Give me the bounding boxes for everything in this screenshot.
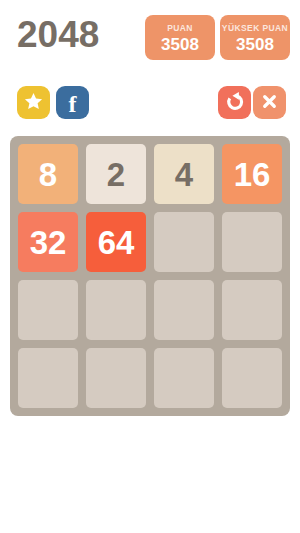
tile-2: 2	[86, 144, 146, 204]
empty-cell	[18, 280, 78, 340]
game-screen: 2048 PUAN 3508 YÜKSEK PUAN 3508 f	[0, 0, 300, 533]
best-score-label: YÜKSEK PUAN	[222, 23, 288, 33]
empty-cell	[154, 348, 214, 408]
undo-circular-arrow-icon	[224, 90, 246, 115]
tile-8: 8	[18, 144, 78, 204]
rate-button[interactable]	[17, 86, 50, 119]
star-icon	[23, 91, 44, 115]
x-close-icon	[260, 92, 279, 114]
score-label: PUAN	[167, 23, 193, 33]
score-value: 3508	[161, 35, 199, 55]
empty-cell	[18, 348, 78, 408]
facebook-f-icon: f	[69, 92, 77, 116]
empty-cell	[222, 348, 282, 408]
undo-button[interactable]	[218, 86, 251, 119]
empty-cell	[222, 212, 282, 272]
best-score-box: YÜKSEK PUAN 3508	[220, 15, 290, 60]
close-button[interactable]	[253, 86, 286, 119]
best-score-value: 3508	[236, 35, 274, 55]
empty-cell	[154, 212, 214, 272]
empty-cell	[154, 280, 214, 340]
board[interactable]: 824163264	[10, 136, 290, 416]
tile-32: 32	[18, 212, 78, 272]
tile-16: 16	[222, 144, 282, 204]
tile-4: 4	[154, 144, 214, 204]
empty-cell	[222, 280, 282, 340]
tile-64: 64	[86, 212, 146, 272]
empty-cell	[86, 348, 146, 408]
empty-cell	[86, 280, 146, 340]
score-box: PUAN 3508	[145, 15, 215, 60]
facebook-share-button[interactable]: f	[56, 86, 89, 119]
game-title: 2048	[17, 14, 99, 56]
